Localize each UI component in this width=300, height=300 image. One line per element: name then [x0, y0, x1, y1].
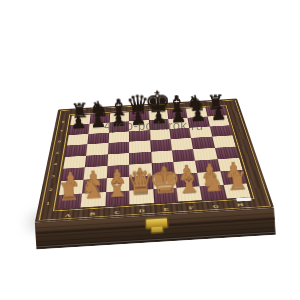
file-label-a: A [54, 211, 79, 218]
file-label-g: G [202, 202, 228, 209]
brass-latch-tongue [149, 226, 163, 234]
rank-label-5: 5 [52, 150, 61, 154]
perspective-stage: ABCDEFGH87654321 ♜♞♝♛♚♝♞♜♟♟♟♟♟♟♟♟♟♟♟♟♟♟♟… [0, 0, 300, 300]
rank-label-6: 6 [54, 139, 63, 142]
watermark-text: 4ydo-podarok.ru [104, 118, 203, 133]
file-label-e: E [153, 205, 178, 212]
rank-label-4: 4 [50, 162, 60, 166]
piece-white-rook: ♜ [225, 192, 249, 193]
rook-glyph: ♜ [199, 166, 274, 195]
piece-black-pawn: ♟ [208, 122, 228, 123]
file-label-h: H [227, 201, 253, 208]
chess-set-product-photo: ABCDEFGH87654321 ♜♞♝♛♚♝♞♜♟♟♟♟♟♟♟♟♟♟♟♟♟♟♟… [0, 0, 300, 300]
file-label-c: C [104, 208, 129, 215]
file-label-f: F [178, 204, 203, 211]
file-label-b: B [79, 210, 104, 217]
folding-chess-box: ABCDEFGH87654321 ♜♞♝♛♚♝♞♜♟♟♟♟♟♟♟♟♟♟♟♟♟♟♟… [34, 98, 273, 222]
file-label-d: D [129, 207, 154, 214]
